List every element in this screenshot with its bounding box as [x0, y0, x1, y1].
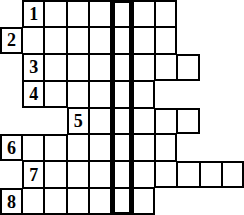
cell-r7c11[interactable] — [222, 161, 244, 188]
clue-number-3: 3 — [29, 58, 38, 76]
cell-r7c5[interactable] — [89, 161, 111, 188]
clue-number-6: 6 — [7, 139, 16, 157]
cell-r7c3[interactable] — [44, 161, 66, 188]
cell-r6c8[interactable] — [155, 134, 177, 161]
cell-r4c5[interactable] — [89, 81, 111, 108]
cell-r6c2[interactable] — [22, 134, 44, 161]
cell-r8c7[interactable] — [133, 188, 155, 215]
cell-r5c8[interactable] — [155, 108, 177, 135]
solution-cell-r3[interactable] — [111, 54, 133, 81]
cell-r3c8[interactable] — [155, 54, 177, 81]
cell-r3c4[interactable] — [67, 54, 89, 81]
cell-r7c8[interactable] — [155, 161, 177, 188]
cell-r5c4[interactable]: 5 — [67, 108, 89, 135]
solution-cell-r7[interactable] — [111, 161, 133, 188]
clue-number-4: 4 — [29, 85, 38, 103]
cell-r3c3[interactable] — [44, 54, 66, 81]
clue-number-7: 7 — [29, 166, 38, 184]
cell-r6c5[interactable] — [89, 134, 111, 161]
cell-r1c3[interactable] — [44, 0, 66, 27]
solution-cell-r2[interactable] — [111, 27, 133, 54]
cell-r1c8[interactable] — [155, 0, 177, 27]
solution-cell-r5[interactable] — [111, 108, 133, 135]
solution-cell-r8[interactable] — [111, 188, 133, 215]
cell-r3c5[interactable] — [89, 54, 111, 81]
clue-number-5: 5 — [74, 112, 83, 130]
solution-cell-r4[interactable] — [111, 81, 133, 108]
cell-r8c5[interactable] — [89, 188, 111, 215]
cell-r4c4[interactable] — [67, 81, 89, 108]
cell-r4c3[interactable] — [44, 81, 66, 108]
solution-cell-r6[interactable] — [111, 134, 133, 161]
cell-r6c4[interactable] — [67, 134, 89, 161]
cell-r7c2[interactable]: 7 — [22, 161, 44, 188]
cell-r3c7[interactable] — [133, 54, 155, 81]
cell-r2c8[interactable] — [155, 27, 177, 54]
cell-r7c10[interactable] — [200, 161, 222, 188]
cell-r8c1[interactable]: 8 — [0, 188, 22, 215]
cell-r6c1[interactable]: 6 — [0, 134, 22, 161]
clue-number-1: 1 — [29, 5, 38, 23]
cell-r7c4[interactable] — [67, 161, 89, 188]
cell-r8c2[interactable] — [22, 188, 44, 215]
cell-r8c4[interactable] — [67, 188, 89, 215]
cell-r1c7[interactable] — [133, 0, 155, 27]
cell-r1c4[interactable] — [67, 0, 89, 27]
crossword-board: 12345678 — [0, 0, 244, 215]
cell-r2c5[interactable] — [89, 27, 111, 54]
cell-r2c2[interactable] — [22, 27, 44, 54]
cell-r2c3[interactable] — [44, 27, 66, 54]
solution-cell-r1[interactable] — [111, 0, 133, 27]
cell-r6c3[interactable] — [44, 134, 66, 161]
cell-r1c5[interactable] — [89, 0, 111, 27]
clue-number-8: 8 — [7, 193, 16, 211]
clue-number-2: 2 — [7, 31, 16, 49]
cell-r4c7[interactable] — [133, 81, 155, 108]
cell-r1c2[interactable]: 1 — [22, 0, 44, 27]
cell-r2c1[interactable]: 2 — [0, 27, 22, 54]
cell-r3c2[interactable]: 3 — [22, 54, 44, 81]
cell-r2c7[interactable] — [133, 27, 155, 54]
cell-r7c9[interactable] — [177, 161, 199, 188]
cell-r3c9[interactable] — [177, 54, 199, 81]
cell-r2c4[interactable] — [67, 27, 89, 54]
cell-r8c3[interactable] — [44, 188, 66, 215]
cell-r4c2[interactable]: 4 — [22, 81, 44, 108]
cell-r5c7[interactable] — [133, 108, 155, 135]
cell-r5c9[interactable] — [177, 108, 199, 135]
cell-r5c5[interactable] — [89, 108, 111, 135]
cell-r6c7[interactable] — [133, 134, 155, 161]
cell-r7c7[interactable] — [133, 161, 155, 188]
